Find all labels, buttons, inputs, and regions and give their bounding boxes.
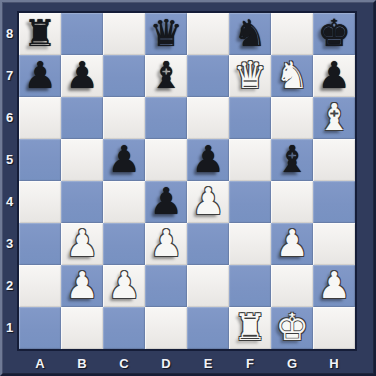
white-pawn[interactable]: ♟ xyxy=(61,265,103,307)
square-f5[interactable] xyxy=(229,139,271,181)
square-c7[interactable] xyxy=(103,55,145,97)
white-king[interactable]: ♚ xyxy=(271,307,313,349)
white-pawn[interactable]: ♟ xyxy=(187,181,229,223)
rank-label-6: 6 xyxy=(2,97,17,139)
black-pawn[interactable]: ♟ xyxy=(313,55,355,97)
square-e3[interactable] xyxy=(187,223,229,265)
black-pawn[interactable]: ♟ xyxy=(103,139,145,181)
square-f6[interactable] xyxy=(229,97,271,139)
black-rook[interactable]: ♜ xyxy=(19,13,61,55)
square-g4[interactable] xyxy=(271,181,313,223)
square-d3[interactable]: ♟ xyxy=(145,223,187,265)
square-b5[interactable] xyxy=(61,139,103,181)
white-pawn[interactable]: ♟ xyxy=(103,265,145,307)
square-e4[interactable]: ♟ xyxy=(187,181,229,223)
square-b8[interactable] xyxy=(61,13,103,55)
square-e5[interactable]: ♟ xyxy=(187,139,229,181)
square-c1[interactable] xyxy=(103,307,145,349)
square-d7[interactable]: ♝ xyxy=(145,55,187,97)
square-b2[interactable]: ♟ xyxy=(61,265,103,307)
file-labels: ABCDEFGH xyxy=(19,355,355,375)
white-rook[interactable]: ♜ xyxy=(229,307,271,349)
square-g8[interactable] xyxy=(271,13,313,55)
square-a3[interactable] xyxy=(19,223,61,265)
file-label-g: G xyxy=(271,355,313,375)
black-king[interactable]: ♚ xyxy=(313,13,355,55)
square-g1[interactable]: ♚ xyxy=(271,307,313,349)
square-a1[interactable] xyxy=(19,307,61,349)
square-e6[interactable] xyxy=(187,97,229,139)
file-label-a: A xyxy=(19,355,61,375)
square-f2[interactable] xyxy=(229,265,271,307)
square-e2[interactable] xyxy=(187,265,229,307)
square-g7[interactable]: ♞ xyxy=(271,55,313,97)
square-c8[interactable] xyxy=(103,13,145,55)
square-f1[interactable]: ♜ xyxy=(229,307,271,349)
square-h8[interactable]: ♚ xyxy=(313,13,355,55)
square-f4[interactable] xyxy=(229,181,271,223)
rank-label-7: 7 xyxy=(2,55,17,97)
black-knight[interactable]: ♞ xyxy=(229,13,271,55)
square-g2[interactable] xyxy=(271,265,313,307)
rank-label-3: 3 xyxy=(2,223,17,265)
white-knight[interactable]: ♞ xyxy=(271,55,313,97)
square-c6[interactable] xyxy=(103,97,145,139)
square-e8[interactable] xyxy=(187,13,229,55)
file-label-f: F xyxy=(229,355,271,375)
square-h6[interactable]: ♝ xyxy=(313,97,355,139)
square-c3[interactable] xyxy=(103,223,145,265)
black-pawn[interactable]: ♟ xyxy=(19,55,61,97)
white-pawn[interactable]: ♟ xyxy=(271,223,313,265)
rank-label-2: 2 xyxy=(2,265,17,307)
square-d4[interactable]: ♟ xyxy=(145,181,187,223)
white-bishop[interactable]: ♝ xyxy=(313,97,355,139)
square-c5[interactable]: ♟ xyxy=(103,139,145,181)
square-f8[interactable]: ♞ xyxy=(229,13,271,55)
square-b6[interactable] xyxy=(61,97,103,139)
square-a5[interactable] xyxy=(19,139,61,181)
square-h3[interactable] xyxy=(313,223,355,265)
square-f7[interactable]: ♛ xyxy=(229,55,271,97)
file-label-c: C xyxy=(103,355,145,375)
square-b3[interactable]: ♟ xyxy=(61,223,103,265)
file-label-h: H xyxy=(313,355,355,375)
black-pawn[interactable]: ♟ xyxy=(187,139,229,181)
square-g6[interactable] xyxy=(271,97,313,139)
square-d1[interactable] xyxy=(145,307,187,349)
square-c2[interactable]: ♟ xyxy=(103,265,145,307)
file-label-b: B xyxy=(61,355,103,375)
rank-label-5: 5 xyxy=(2,139,17,181)
square-a7[interactable]: ♟ xyxy=(19,55,61,97)
rank-labels: 87654321 xyxy=(2,13,17,349)
file-label-e: E xyxy=(187,355,229,375)
rank-label-1: 1 xyxy=(2,307,17,349)
white-pawn[interactable]: ♟ xyxy=(313,265,355,307)
square-a2[interactable] xyxy=(19,265,61,307)
square-d5[interactable] xyxy=(145,139,187,181)
square-e1[interactable] xyxy=(187,307,229,349)
square-h2[interactable]: ♟ xyxy=(313,265,355,307)
square-a6[interactable] xyxy=(19,97,61,139)
rank-label-4: 4 xyxy=(2,181,17,223)
square-a4[interactable] xyxy=(19,181,61,223)
square-a8[interactable]: ♜ xyxy=(19,13,61,55)
square-b1[interactable] xyxy=(61,307,103,349)
black-pawn[interactable]: ♟ xyxy=(145,181,187,223)
file-label-d: D xyxy=(145,355,187,375)
chess-board: ♜♛♞♚♟♟♝♛♞♟♝♟♟♝♟♟♟♟♟♟♟♟♜♚ xyxy=(17,11,357,351)
square-f3[interactable] xyxy=(229,223,271,265)
square-h4[interactable] xyxy=(313,181,355,223)
black-queen[interactable]: ♛ xyxy=(145,13,187,55)
rank-label-8: 8 xyxy=(2,13,17,55)
board-frame: 87654321 ♜♛♞♚♟♟♝♛♞♟♝♟♟♝♟♟♟♟♟♟♟♟♜♚ ABCDEF… xyxy=(0,0,376,376)
square-h1[interactable] xyxy=(313,307,355,349)
square-g3[interactable]: ♟ xyxy=(271,223,313,265)
square-h7[interactable]: ♟ xyxy=(313,55,355,97)
black-bishop[interactable]: ♝ xyxy=(145,55,187,97)
square-e7[interactable] xyxy=(187,55,229,97)
black-bishop[interactable]: ♝ xyxy=(271,139,313,181)
square-d6[interactable] xyxy=(145,97,187,139)
square-d8[interactable]: ♛ xyxy=(145,13,187,55)
square-h5[interactable] xyxy=(313,139,355,181)
white-pawn[interactable]: ♟ xyxy=(145,223,187,265)
square-b7[interactable]: ♟ xyxy=(61,55,103,97)
white-queen[interactable]: ♛ xyxy=(229,55,271,97)
square-b4[interactable] xyxy=(61,181,103,223)
square-d2[interactable] xyxy=(145,265,187,307)
black-pawn[interactable]: ♟ xyxy=(61,55,103,97)
square-g5[interactable]: ♝ xyxy=(271,139,313,181)
square-c4[interactable] xyxy=(103,181,145,223)
white-pawn[interactable]: ♟ xyxy=(61,223,103,265)
